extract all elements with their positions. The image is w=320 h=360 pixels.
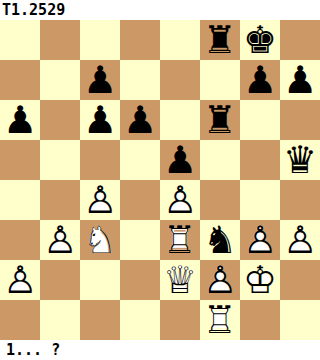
move-prompt-label: 1... ? xyxy=(0,340,320,360)
white-queen: ♛♕ xyxy=(160,260,200,300)
square-f2[interactable]: ♟♙ xyxy=(200,260,240,300)
piece-outline: ♔ xyxy=(240,260,280,300)
black-rook: ♜ xyxy=(200,20,240,60)
white-rook: ♜♖ xyxy=(160,220,200,260)
square-a4[interactable] xyxy=(0,180,40,220)
square-d6[interactable]: ♟ xyxy=(120,100,160,140)
black-pawn: ♟ xyxy=(280,60,320,100)
square-a8[interactable] xyxy=(0,20,40,60)
square-a7[interactable] xyxy=(0,60,40,100)
piece-outline: ♖ xyxy=(160,220,200,260)
piece-outline: ♙ xyxy=(40,220,80,260)
square-b1[interactable] xyxy=(40,300,80,340)
white-pawn: ♟♙ xyxy=(200,260,240,300)
square-b6[interactable] xyxy=(40,100,80,140)
square-b7[interactable] xyxy=(40,60,80,100)
piece-outline: ♙ xyxy=(280,220,320,260)
square-f6[interactable]: ♜ xyxy=(200,100,240,140)
square-c6[interactable]: ♟ xyxy=(80,100,120,140)
piece-outline: ♙ xyxy=(0,260,40,300)
square-d5[interactable] xyxy=(120,140,160,180)
square-d8[interactable] xyxy=(120,20,160,60)
square-e8[interactable] xyxy=(160,20,200,60)
white-knight: ♞♘ xyxy=(80,220,120,260)
piece-outline: ♖ xyxy=(200,300,240,340)
square-d2[interactable] xyxy=(120,260,160,300)
square-f3[interactable]: ♞ xyxy=(200,220,240,260)
square-g8[interactable]: ♚ xyxy=(240,20,280,60)
square-g4[interactable] xyxy=(240,180,280,220)
square-g3[interactable]: ♟♙ xyxy=(240,220,280,260)
square-h5[interactable]: ♛ xyxy=(280,140,320,180)
square-c4[interactable]: ♟♙ xyxy=(80,180,120,220)
piece-outline: ♘ xyxy=(80,220,120,260)
square-d7[interactable] xyxy=(120,60,160,100)
square-h6[interactable] xyxy=(280,100,320,140)
piece-outline: ♙ xyxy=(160,180,200,220)
square-b8[interactable] xyxy=(40,20,80,60)
square-d4[interactable] xyxy=(120,180,160,220)
black-pawn: ♟ xyxy=(160,140,200,180)
square-c2[interactable] xyxy=(80,260,120,300)
white-rook: ♜♖ xyxy=(200,300,240,340)
square-h2[interactable] xyxy=(280,260,320,300)
square-b3[interactable]: ♟♙ xyxy=(40,220,80,260)
square-b4[interactable] xyxy=(40,180,80,220)
square-b2[interactable] xyxy=(40,260,80,300)
square-a2[interactable]: ♟♙ xyxy=(0,260,40,300)
square-f7[interactable] xyxy=(200,60,240,100)
square-e4[interactable]: ♟♙ xyxy=(160,180,200,220)
square-e6[interactable] xyxy=(160,100,200,140)
square-a3[interactable] xyxy=(0,220,40,260)
square-h8[interactable] xyxy=(280,20,320,60)
square-d1[interactable] xyxy=(120,300,160,340)
black-pawn: ♟ xyxy=(240,60,280,100)
square-b5[interactable] xyxy=(40,140,80,180)
black-king: ♚ xyxy=(240,20,280,60)
square-a5[interactable] xyxy=(0,140,40,180)
chess-board: ♜♚♟♟♟♟♟♟♜♟♛♟♙♟♙♟♙♞♘♜♖♞♟♙♟♙♟♙♛♕♟♙♚♔♜♖ xyxy=(0,20,320,340)
square-c7[interactable]: ♟ xyxy=(80,60,120,100)
square-a1[interactable] xyxy=(0,300,40,340)
white-pawn: ♟♙ xyxy=(40,220,80,260)
chess-puzzle-window: T1.2529 ♜♚♟♟♟♟♟♟♜♟♛♟♙♟♙♟♙♞♘♜♖♞♟♙♟♙♟♙♛♕♟♙… xyxy=(0,0,320,360)
piece-outline: ♙ xyxy=(200,260,240,300)
square-c5[interactable] xyxy=(80,140,120,180)
square-f1[interactable]: ♜♖ xyxy=(200,300,240,340)
square-e5[interactable]: ♟ xyxy=(160,140,200,180)
square-h4[interactable] xyxy=(280,180,320,220)
black-queen: ♛ xyxy=(280,140,320,180)
white-pawn: ♟♙ xyxy=(0,260,40,300)
square-d3[interactable] xyxy=(120,220,160,260)
square-c3[interactable]: ♞♘ xyxy=(80,220,120,260)
black-pawn: ♟ xyxy=(0,100,40,140)
square-f4[interactable] xyxy=(200,180,240,220)
square-e7[interactable] xyxy=(160,60,200,100)
square-a6[interactable]: ♟ xyxy=(0,100,40,140)
piece-outline: ♕ xyxy=(160,260,200,300)
piece-outline: ♙ xyxy=(80,180,120,220)
white-pawn: ♟♙ xyxy=(280,220,320,260)
square-h7[interactable]: ♟ xyxy=(280,60,320,100)
white-pawn: ♟♙ xyxy=(160,180,200,220)
square-g6[interactable] xyxy=(240,100,280,140)
square-f8[interactable]: ♜ xyxy=(200,20,240,60)
square-f5[interactable] xyxy=(200,140,240,180)
black-knight: ♞ xyxy=(200,220,240,260)
black-pawn: ♟ xyxy=(80,60,120,100)
puzzle-id-label: T1.2529 xyxy=(0,0,320,20)
black-pawn: ♟ xyxy=(120,100,160,140)
square-e3[interactable]: ♜♖ xyxy=(160,220,200,260)
square-g7[interactable]: ♟ xyxy=(240,60,280,100)
square-c8[interactable] xyxy=(80,20,120,60)
white-pawn: ♟♙ xyxy=(80,180,120,220)
white-king: ♚♔ xyxy=(240,260,280,300)
piece-outline: ♙ xyxy=(240,220,280,260)
square-e1[interactable] xyxy=(160,300,200,340)
square-e2[interactable]: ♛♕ xyxy=(160,260,200,300)
square-c1[interactable] xyxy=(80,300,120,340)
black-pawn: ♟ xyxy=(80,100,120,140)
square-h1[interactable] xyxy=(280,300,320,340)
square-g1[interactable] xyxy=(240,300,280,340)
square-g2[interactable]: ♚♔ xyxy=(240,260,280,300)
square-h3[interactable]: ♟♙ xyxy=(280,220,320,260)
white-pawn: ♟♙ xyxy=(240,220,280,260)
square-g5[interactable] xyxy=(240,140,280,180)
black-rook: ♜ xyxy=(200,100,240,140)
